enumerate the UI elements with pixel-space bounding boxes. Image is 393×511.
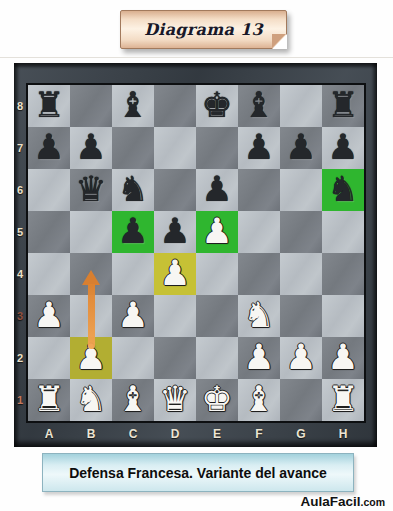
separator-line [0,57,393,58]
piece-white-bishop-c1: ♝ [117,378,148,420]
square-h1: ♜ [322,379,364,421]
square-c8: ♝ [112,85,154,127]
square-c7 [112,127,154,169]
piece-black-pawn-e6: ♟ [201,168,232,210]
rank-labels: 87654321 [14,85,26,421]
rank-label-1: 1 [14,379,26,421]
file-label-a: A [28,423,70,445]
board-grid: ♜♝♚♝♜♟♟♟♟♟♛♞♟♞♟♟♟♟♟♟♞♟♟♟♟♜♞♝♛♚♝♜ [28,85,364,421]
file-label-d: D [154,423,196,445]
piece-black-rook-h8: ♜ [327,84,358,126]
square-b3 [70,295,112,337]
piece-black-pawn-a7: ♟ [33,126,64,168]
square-a4 [28,253,70,295]
square-h6: ♞ [322,169,364,211]
square-f4 [238,253,280,295]
square-d4: ♟ [154,253,196,295]
square-b7: ♟ [70,127,112,169]
square-a1: ♜ [28,379,70,421]
square-e8: ♚ [196,85,238,127]
piece-black-pawn-f7: ♟ [243,126,274,168]
piece-white-pawn-b2: ♟ [75,336,106,378]
square-c3: ♟ [112,295,154,337]
file-label-h: H [322,423,364,445]
rank-label-5: 5 [14,211,26,253]
square-a7: ♟ [28,127,70,169]
rank-label-8: 8 [14,85,26,127]
piece-black-pawn-b7: ♟ [75,126,106,168]
piece-white-pawn-h2: ♟ [327,336,358,378]
file-labels: ABCDEFGH [28,423,364,445]
square-d5: ♟ [154,211,196,253]
square-b8 [70,85,112,127]
file-label-b: B [70,423,112,445]
square-d2 [154,337,196,379]
piece-white-bishop-f1: ♝ [243,378,274,420]
square-e6: ♟ [196,169,238,211]
square-h3 [322,295,364,337]
square-b2: ♟ [70,337,112,379]
square-g5 [280,211,322,253]
square-e2 [196,337,238,379]
square-f7: ♟ [238,127,280,169]
square-h5 [322,211,364,253]
square-h2: ♟ [322,337,364,379]
square-g1 [280,379,322,421]
square-f5 [238,211,280,253]
chess-board-frame: 87654321 ♜♝♚♝♜♟♟♟♟♟♛♞♟♞♟♟♟♟♟♟♞♟♟♟♟♜♞♝♛♚♝… [14,63,377,447]
board-grid-wrapper: ♜♝♚♝♜♟♟♟♟♟♛♞♟♞♟♟♟♟♟♟♞♟♟♟♟♜♞♝♛♚♝♜ [26,83,366,423]
rank-label-6: 6 [14,169,26,211]
piece-white-pawn-g2: ♟ [285,336,316,378]
square-b4 [70,253,112,295]
square-g7: ♟ [280,127,322,169]
square-d3 [154,295,196,337]
square-f8: ♝ [238,85,280,127]
square-f1: ♝ [238,379,280,421]
page-title: Diagrama 13 [144,20,263,39]
piece-white-knight-f3: ♞ [243,294,274,336]
rank-label-4: 4 [14,253,26,295]
piece-black-pawn-g7: ♟ [285,126,316,168]
piece-white-pawn-f2: ♟ [243,336,274,378]
square-e4 [196,253,238,295]
brand-suffix: .com [360,496,385,508]
square-c1: ♝ [112,379,154,421]
piece-black-king-e8: ♚ [201,84,232,126]
file-label-c: C [112,423,154,445]
square-d6 [154,169,196,211]
piece-white-pawn-a3: ♟ [33,294,64,336]
banner-fold-cut [272,34,287,49]
square-b5 [70,211,112,253]
rank-label-7: 7 [14,127,26,169]
file-label-g: G [280,423,322,445]
square-c4 [112,253,154,295]
square-c2 [112,337,154,379]
piece-white-knight-b1: ♞ [75,378,106,420]
piece-white-rook-a1: ♜ [33,378,64,420]
piece-black-knight-c6: ♞ [117,168,148,210]
piece-white-king-e1: ♚ [201,378,232,420]
square-g3 [280,295,322,337]
brand-name: AulaFacil [300,494,360,509]
piece-black-pawn-d5: ♟ [159,210,190,252]
square-e1: ♚ [196,379,238,421]
rank-label-3: 3 [14,295,26,337]
watermark: AulaFacil.com [300,492,385,510]
piece-black-rook-a8: ♜ [33,84,64,126]
square-c6: ♞ [112,169,154,211]
piece-black-pawn-h7: ♟ [327,126,358,168]
piece-white-pawn-c3: ♟ [117,294,148,336]
file-label-e: E [196,423,238,445]
piece-black-bishop-f8: ♝ [243,84,274,126]
square-a3: ♟ [28,295,70,337]
square-h4 [322,253,364,295]
square-d1: ♛ [154,379,196,421]
square-h8: ♜ [322,85,364,127]
file-label-f: F [238,423,280,445]
square-a6 [28,169,70,211]
piece-black-pawn-c5: ♟ [117,210,148,252]
square-d8 [154,85,196,127]
square-a5 [28,211,70,253]
page: Diagrama 13 87654321 ♜♝♚♝♜♟♟♟♟♟♛♞♟♞♟♟♟♟♟… [0,0,393,511]
piece-white-queen-d1: ♛ [159,378,190,420]
square-f3: ♞ [238,295,280,337]
square-f6 [238,169,280,211]
square-b6: ♛ [70,169,112,211]
piece-black-queen-b6: ♛ [75,168,106,210]
piece-white-pawn-d4: ♟ [159,252,190,294]
square-e5: ♟ [196,211,238,253]
square-e7 [196,127,238,169]
title-banner: Diagrama 13 [120,10,287,49]
caption-text: Defensa Francesa. Variante del avance [69,465,327,481]
piece-black-bishop-c8: ♝ [117,84,148,126]
square-c5: ♟ [112,211,154,253]
square-e3 [196,295,238,337]
square-d7 [154,127,196,169]
rank-label-2: 2 [14,337,26,379]
piece-white-pawn-e5: ♟ [201,210,232,252]
piece-white-rook-h1: ♜ [327,378,358,420]
square-g4 [280,253,322,295]
square-a8: ♜ [28,85,70,127]
square-g6 [280,169,322,211]
square-g2: ♟ [280,337,322,379]
square-g8 [280,85,322,127]
piece-black-knight-h6: ♞ [327,168,358,210]
caption-box: Defensa Francesa. Variante del avance [42,453,354,492]
square-f2: ♟ [238,337,280,379]
square-h7: ♟ [322,127,364,169]
square-b1: ♞ [70,379,112,421]
square-a2 [28,337,70,379]
